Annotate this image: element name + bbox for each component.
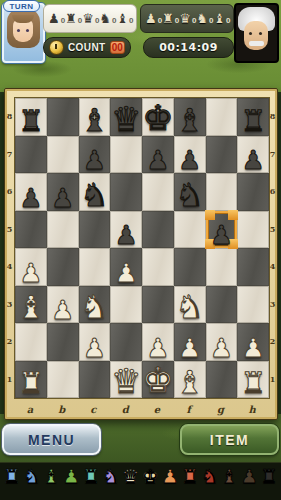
square-f3[interactable]: ♞	[174, 286, 206, 324]
square-d4[interactable]: ♟	[110, 248, 142, 286]
file-label-c: c	[78, 404, 110, 415]
rank-label-6-left: 6	[5, 186, 14, 196]
square-e4[interactable]	[142, 248, 174, 286]
black-pawn-h7[interactable]: ♟	[241, 147, 264, 173]
rank-label-3-left: 3	[5, 299, 14, 309]
square-b6[interactable]: ♟	[47, 173, 79, 211]
black-pawn-g5[interactable]: ♟	[210, 222, 233, 248]
avatar-mustache	[249, 41, 264, 46]
square-a2[interactable]	[15, 323, 47, 361]
file-label-a: a	[14, 404, 46, 415]
square-d5[interactable]: ♟	[110, 211, 142, 249]
square-d7[interactable]	[110, 136, 142, 174]
square-f8[interactable]: ♝	[174, 98, 206, 136]
black-knight-c6[interactable]: ♞	[80, 179, 109, 211]
square-b5[interactable]	[47, 211, 79, 249]
captured-rook-counter: ♜0	[65, 12, 82, 25]
square-f1[interactable]: ♝	[174, 361, 206, 399]
bishop-icon: ♝	[213, 12, 225, 25]
square-h6[interactable]	[237, 173, 269, 211]
skin-king-icon[interactable]: ♚	[142, 465, 159, 488]
square-c8[interactable]: ♝	[79, 98, 111, 136]
black-rook-h8[interactable]: ♜	[240, 107, 266, 136]
captured-bishop-counter: ♝0	[116, 12, 133, 25]
square-a3[interactable]: ♝	[15, 286, 47, 324]
captured-count: 0	[226, 16, 230, 25]
square-g5[interactable]: ♟	[206, 211, 238, 249]
white-pawn-f2[interactable]: ♟	[178, 335, 201, 361]
square-c6[interactable]: ♞	[79, 173, 111, 211]
white-pawn-d4[interactable]: ♟	[114, 260, 137, 286]
skin-knight-icon[interactable]: ♞	[102, 465, 119, 488]
square-d1[interactable]: ♛	[110, 361, 142, 399]
item-button[interactable]: ITEM	[180, 424, 279, 455]
rank-label-6-right: 6	[268, 186, 277, 196]
square-a7[interactable]	[15, 136, 47, 174]
white-pawn-h2[interactable]: ♟	[241, 335, 264, 361]
rook-icon: ♜	[65, 12, 77, 25]
rank-label-8-left: 8	[5, 111, 14, 121]
file-label-e: e	[141, 404, 173, 415]
rank-label-2-right: 2	[268, 336, 277, 346]
square-a5[interactable]	[15, 211, 47, 249]
square-e7[interactable]: ♟	[142, 136, 174, 174]
white-king-e1[interactable]: ♚	[142, 363, 173, 398]
board-grid: ♜♝♛♚♝♜♟♟♟♟♟♟♞♞♟♟♟♟♝♟♞♞♟♟♟♟♟♜♛♚♝♜	[14, 97, 270, 399]
avatar-eyes	[249, 32, 252, 35]
game-timer: 00:14:09	[159, 41, 218, 54]
rook-icon: ♜	[162, 12, 174, 25]
square-h2[interactable]: ♟	[237, 323, 269, 361]
square-c2[interactable]: ♟	[79, 323, 111, 361]
knight-icon: ♞	[99, 12, 111, 25]
square-g6[interactable]	[206, 173, 238, 211]
black-knight-f6[interactable]: ♞	[175, 179, 204, 211]
player-left-avatar	[2, 3, 45, 63]
square-f5[interactable]	[174, 211, 206, 249]
square-e1[interactable]: ♚	[142, 361, 174, 399]
black-bishop-f8[interactable]: ♝	[176, 105, 204, 136]
square-c7[interactable]: ♟	[79, 136, 111, 174]
white-pawn-a4[interactable]: ♟	[19, 260, 42, 286]
square-f7[interactable]: ♟	[174, 136, 206, 174]
skin-queen-icon[interactable]: ♛	[122, 465, 139, 488]
rank-label-4-left: 4	[5, 261, 14, 271]
skin-bishop-icon[interactable]: ♝	[43, 465, 60, 488]
bishop-icon: ♝	[116, 12, 128, 25]
white-pawn-b3[interactable]: ♟	[51, 297, 74, 323]
rank-label-7-right: 7	[268, 149, 277, 159]
skin-pawn-icon[interactable]: ♟	[241, 465, 258, 488]
white-pawn-g2[interactable]: ♟	[210, 335, 233, 361]
square-a1[interactable]: ♜	[15, 361, 47, 399]
black-pawn-d5[interactable]: ♟	[114, 222, 137, 248]
square-c5[interactable]	[79, 211, 111, 249]
rank-label-1-left: 1	[5, 374, 14, 384]
square-b3[interactable]: ♟	[47, 286, 79, 324]
black-rook-a8[interactable]: ♜	[18, 107, 44, 136]
move-count-bar: COUNT 00	[43, 37, 131, 58]
avatar-eyes	[17, 29, 20, 32]
black-king-e8[interactable]: ♚	[142, 101, 173, 136]
pawn-icon: ♟	[145, 12, 157, 25]
square-b1[interactable]	[47, 361, 79, 399]
skin-bishop-icon[interactable]: ♝	[221, 465, 238, 488]
skin-pawn-icon[interactable]: ♟	[162, 465, 179, 488]
knight-icon: ♞	[196, 12, 208, 25]
captured-pawn-counter: ♟0	[145, 12, 162, 25]
white-queen-d1[interactable]: ♛	[111, 364, 141, 398]
black-pawn-f7[interactable]: ♟	[178, 147, 201, 173]
black-pawn-a6[interactable]: ♟	[19, 185, 42, 211]
square-g8[interactable]	[206, 98, 238, 136]
file-label-h: h	[236, 404, 268, 415]
white-knight-c3[interactable]: ♞	[80, 291, 109, 323]
skin-rook-icon[interactable]: ♜	[82, 465, 99, 488]
square-b4[interactable]	[47, 248, 79, 286]
square-g1[interactable]	[206, 361, 238, 399]
captured-pawn-counter: ♟0	[48, 12, 65, 25]
queen-icon: ♛	[82, 12, 94, 25]
square-g3[interactable]	[206, 286, 238, 324]
square-h4[interactable]	[237, 248, 269, 286]
turn-indicator-badge: TURN	[3, 0, 40, 12]
square-b2[interactable]	[47, 323, 79, 361]
chess-board: ♜♝♛♚♝♜♟♟♟♟♟♟♞♞♟♟♟♟♝♟♞♞♟♟♟♟♟♜♛♚♝♜ 8877665…	[4, 88, 278, 420]
square-a6[interactable]: ♟	[15, 173, 47, 211]
menu-button[interactable]: MENU	[2, 424, 101, 455]
file-label-g: g	[205, 404, 237, 415]
square-h3[interactable]	[237, 286, 269, 324]
square-h5[interactable]	[237, 211, 269, 249]
white-rook-a1[interactable]: ♜	[18, 369, 44, 398]
square-h8[interactable]: ♜	[237, 98, 269, 136]
captured-count: 0	[129, 16, 133, 25]
captured-queen-counter: ♛0	[179, 12, 196, 25]
square-g7[interactable]	[206, 136, 238, 174]
rank-label-8-right: 8	[268, 111, 277, 121]
square-c1[interactable]	[79, 361, 111, 399]
skin-pawn-icon[interactable]: ♟	[63, 465, 80, 488]
rank-label-1-right: 1	[268, 374, 277, 384]
captured-white-pieces-tray: ♟0♜0♛0♞0♝0	[140, 4, 234, 33]
player-right-avatar	[234, 3, 279, 63]
pawn-icon: ♟	[48, 12, 60, 25]
captured-bishop-counter: ♝0	[213, 12, 230, 25]
square-d2[interactable]	[110, 323, 142, 361]
captured-knight-counter: ♞0	[196, 12, 213, 25]
piece-skin-toolbar: ♜♞♝♟♜♞♛♚♟♜♞♝♟♜	[0, 462, 281, 500]
square-d6[interactable]	[110, 173, 142, 211]
rank-label-3-right: 3	[268, 299, 277, 309]
skin-rook-icon[interactable]: ♜	[261, 465, 278, 488]
square-h7[interactable]: ♟	[237, 136, 269, 174]
captured-queen-counter: ♛0	[82, 12, 99, 25]
square-a8[interactable]: ♜	[15, 98, 47, 136]
white-knight-f3[interactable]: ♞	[175, 291, 204, 323]
white-rook-h1[interactable]: ♜	[240, 369, 266, 398]
square-f2[interactable]: ♟	[174, 323, 206, 361]
captured-black-pieces-tray: ♟0♜0♛0♞0♝0	[43, 4, 137, 33]
game-timer-bar: 00:14:09	[143, 37, 234, 58]
file-label-d: d	[109, 404, 141, 415]
rank-label-5-right: 5	[268, 224, 277, 234]
file-label-f: f	[173, 404, 205, 415]
square-b7[interactable]	[47, 136, 79, 174]
count-value-badge: 00	[110, 41, 125, 54]
square-b8[interactable]	[47, 98, 79, 136]
square-c4[interactable]	[79, 248, 111, 286]
black-pawn-c7[interactable]: ♟	[83, 147, 106, 173]
file-label-b: b	[46, 404, 78, 415]
black-queen-d8[interactable]: ♛	[111, 102, 141, 136]
rank-label-4-right: 4	[268, 261, 277, 271]
square-d3[interactable]	[110, 286, 142, 324]
skin-knight-icon[interactable]: ♞	[201, 465, 218, 488]
square-f4[interactable]	[174, 248, 206, 286]
square-e2[interactable]: ♟	[142, 323, 174, 361]
white-bishop-a3[interactable]: ♝	[17, 292, 45, 323]
square-g2[interactable]: ♟	[206, 323, 238, 361]
count-label: COUNT	[68, 42, 106, 53]
square-a4[interactable]: ♟	[15, 248, 47, 286]
rank-label-2-left: 2	[5, 336, 14, 346]
black-pawn-b6[interactable]: ♟	[51, 185, 74, 211]
white-pawn-c2[interactable]: ♟	[83, 335, 106, 361]
square-f6[interactable]: ♞	[174, 173, 206, 211]
square-e6[interactable]	[142, 173, 174, 211]
captured-knight-counter: ♞0	[99, 12, 116, 25]
square-g4[interactable]	[206, 248, 238, 286]
white-pawn-e2[interactable]: ♟	[146, 335, 169, 361]
square-e3[interactable]	[142, 286, 174, 324]
square-c3[interactable]: ♞	[79, 286, 111, 324]
rank-label-5-left: 5	[5, 224, 14, 234]
queen-icon: ♛	[179, 12, 191, 25]
black-bishop-c8[interactable]: ♝	[80, 105, 108, 136]
square-e5[interactable]	[142, 211, 174, 249]
white-bishop-f1[interactable]: ♝	[176, 367, 204, 398]
skin-rook-icon[interactable]: ♜	[181, 465, 198, 488]
square-h1[interactable]: ♜	[237, 361, 269, 399]
rank-label-7-left: 7	[5, 149, 14, 159]
square-d8[interactable]: ♛	[110, 98, 142, 136]
captured-rook-counter: ♜0	[162, 12, 179, 25]
square-e8[interactable]: ♚	[142, 98, 174, 136]
skin-rook-icon[interactable]: ♜	[3, 465, 20, 488]
black-pawn-e7[interactable]: ♟	[146, 147, 169, 173]
skin-knight-icon[interactable]: ♞	[23, 465, 40, 488]
clock-icon	[49, 40, 64, 55]
